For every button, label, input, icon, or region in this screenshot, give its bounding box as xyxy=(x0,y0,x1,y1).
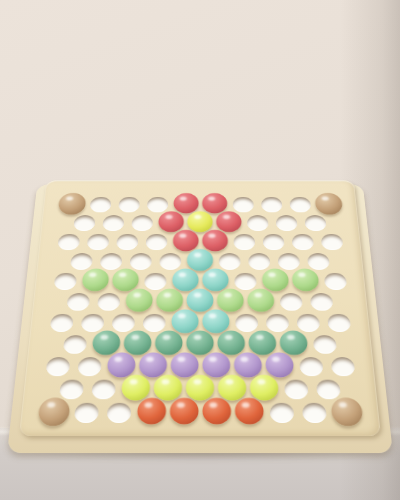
board-cell xyxy=(258,232,288,251)
board-row-6 xyxy=(47,292,353,313)
peg-hole xyxy=(53,273,76,290)
peg-hole xyxy=(232,197,253,212)
peg-hole xyxy=(102,215,124,231)
peg-hole xyxy=(97,293,120,311)
lime-bead[interactable] xyxy=(121,375,150,401)
peg-hole xyxy=(235,314,258,332)
teal-bead[interactable] xyxy=(172,269,199,291)
teal-bead[interactable] xyxy=(171,309,198,333)
board-cell xyxy=(114,196,143,214)
peg-hole xyxy=(73,215,95,231)
board-cell xyxy=(98,214,128,233)
orange-bead[interactable] xyxy=(202,398,231,424)
board-cell xyxy=(102,401,136,425)
orange-bead[interactable] xyxy=(169,398,198,424)
peg-hole xyxy=(316,380,341,400)
peg-hole xyxy=(145,234,167,250)
board-cell xyxy=(93,292,125,313)
board-cell xyxy=(309,334,342,356)
peg-hole xyxy=(261,197,282,212)
peg-hole xyxy=(289,197,311,212)
peg-hole xyxy=(280,293,303,311)
board-cell xyxy=(245,292,276,313)
peg-hole xyxy=(247,215,269,231)
wood-peg[interactable] xyxy=(314,193,343,215)
peg-hole xyxy=(67,293,90,311)
peg-hole xyxy=(278,253,301,270)
board-cell xyxy=(287,232,318,251)
peg-hole xyxy=(91,380,115,400)
peg-hole xyxy=(299,357,323,376)
board-cell xyxy=(69,214,99,233)
peg-hole xyxy=(89,197,111,212)
board-cell xyxy=(79,271,110,291)
green-bead[interactable] xyxy=(261,269,288,291)
wood-peg[interactable] xyxy=(330,398,363,426)
peg-hole xyxy=(291,234,313,250)
peg-hole xyxy=(86,234,108,250)
green-bead[interactable] xyxy=(111,269,138,291)
board-cell xyxy=(257,196,286,214)
wood-peg[interactable] xyxy=(57,193,86,215)
peg-hole xyxy=(234,273,256,290)
peg-hole xyxy=(284,380,308,400)
peg-hole xyxy=(304,215,326,231)
board-cell xyxy=(82,232,113,251)
peg-hole xyxy=(131,215,153,231)
board-cell xyxy=(322,312,355,333)
seagreen-bead[interactable] xyxy=(92,331,121,355)
board-cell xyxy=(127,214,157,233)
teal-bead[interactable] xyxy=(202,309,229,333)
lime-bead[interactable] xyxy=(153,375,182,401)
peg-hole xyxy=(296,314,320,332)
peg-hole xyxy=(63,335,87,354)
peg-hole xyxy=(233,234,255,250)
red-bead[interactable] xyxy=(202,230,228,251)
peg-hole xyxy=(106,403,131,423)
peg-hole xyxy=(310,293,333,311)
orange-bead[interactable] xyxy=(136,398,165,424)
peg-hole xyxy=(248,253,270,270)
orange-bead[interactable] xyxy=(234,398,263,424)
red-bead[interactable] xyxy=(173,193,198,213)
green-bead[interactable] xyxy=(156,289,183,312)
board-cell xyxy=(87,378,120,401)
board-cell xyxy=(141,232,171,251)
peg-hole xyxy=(57,234,80,250)
purple-bead[interactable] xyxy=(170,352,198,377)
board-cell xyxy=(265,401,299,425)
teal-bead[interactable] xyxy=(187,249,213,271)
board-cell xyxy=(329,401,364,425)
lime-bead[interactable] xyxy=(186,375,214,401)
seagreen-bead[interactable] xyxy=(217,331,245,355)
green-bead[interactable] xyxy=(125,289,153,312)
seagreen-bead[interactable] xyxy=(248,331,276,355)
board-cell xyxy=(297,401,331,425)
peg-hole xyxy=(269,403,294,423)
seagreen-bead[interactable] xyxy=(186,331,214,355)
yellow-bead[interactable] xyxy=(187,211,213,232)
board-cell xyxy=(276,292,308,313)
board-cell xyxy=(62,292,94,313)
peg-hole xyxy=(130,253,152,270)
wood-peg[interactable] xyxy=(37,398,70,426)
purple-bead[interactable] xyxy=(202,352,230,377)
teal-bead[interactable] xyxy=(202,269,229,291)
purple-bead[interactable] xyxy=(233,352,262,377)
board-cell xyxy=(313,196,343,214)
green-bead[interactable] xyxy=(81,269,109,291)
board-cell xyxy=(300,214,330,233)
pegboard-assembly xyxy=(19,180,381,436)
peg-hole xyxy=(45,357,70,376)
red-bead[interactable] xyxy=(158,211,184,232)
peg-hole xyxy=(111,314,134,332)
board-cell xyxy=(306,292,338,313)
peg-hole xyxy=(323,273,346,290)
board-cell xyxy=(123,292,154,313)
teal-bead[interactable] xyxy=(187,289,214,312)
board-row-10 xyxy=(38,378,361,401)
board-cell xyxy=(36,401,71,425)
board-cell xyxy=(85,196,115,214)
peg-hole xyxy=(276,215,298,231)
board-cell xyxy=(73,355,106,377)
peg-hole xyxy=(142,314,165,332)
peg-hole xyxy=(100,253,123,270)
board-cell xyxy=(326,355,360,377)
red-bead[interactable] xyxy=(202,193,227,213)
peg-hole xyxy=(320,234,343,250)
seagreen-bead[interactable] xyxy=(123,331,151,355)
green-bead[interactable] xyxy=(291,269,319,291)
board-cell xyxy=(200,401,233,425)
board-cell xyxy=(280,378,313,401)
peg-hole xyxy=(301,403,326,423)
punch-board xyxy=(19,180,381,436)
background-wall xyxy=(0,0,400,500)
board-cell xyxy=(41,355,75,377)
peg-hole xyxy=(265,314,288,332)
board-cell xyxy=(112,232,142,251)
board-cell xyxy=(319,271,351,291)
peg-hole xyxy=(262,234,284,250)
red-bead[interactable] xyxy=(172,230,198,251)
board-cell xyxy=(167,401,200,425)
purple-bead[interactable] xyxy=(265,352,294,377)
peg-hole xyxy=(59,380,84,400)
board-cell xyxy=(229,232,259,251)
board-cell xyxy=(232,401,265,425)
board-row-8 xyxy=(43,334,357,356)
board-cell xyxy=(57,196,87,214)
peg-hole xyxy=(118,197,139,212)
peg-hole xyxy=(313,335,337,354)
board-cell xyxy=(45,312,78,333)
peg-hole xyxy=(327,314,351,332)
red-bead[interactable] xyxy=(216,211,242,232)
board-cell xyxy=(294,355,327,377)
board-cell xyxy=(69,401,103,425)
peg-hole xyxy=(219,253,241,270)
board-grid xyxy=(36,196,364,425)
peg-hole xyxy=(147,197,168,212)
peg-hole xyxy=(307,253,330,270)
board-cell xyxy=(243,214,273,233)
peg-hole xyxy=(144,273,166,290)
peg-hole xyxy=(77,357,101,376)
purple-bead[interactable] xyxy=(138,352,167,377)
board-cell xyxy=(316,232,347,251)
peg-hole xyxy=(70,253,93,270)
peg-hole xyxy=(116,234,138,250)
lime-bead[interactable] xyxy=(250,375,279,401)
peg-hole xyxy=(330,357,355,376)
board-cell xyxy=(59,334,92,356)
board-cell xyxy=(53,232,84,251)
board-cell xyxy=(49,271,81,291)
purple-bead[interactable] xyxy=(106,352,135,377)
board-row-11 xyxy=(36,401,364,425)
seagreen-bead[interactable] xyxy=(155,331,183,355)
board-cell xyxy=(289,271,320,291)
board-row-2 xyxy=(55,214,346,233)
green-bead[interactable] xyxy=(217,289,244,312)
seagreen-bead[interactable] xyxy=(279,331,308,355)
green-bead[interactable] xyxy=(247,289,275,312)
board-cell xyxy=(285,196,315,214)
peg-hole xyxy=(73,403,98,423)
board-cell xyxy=(134,401,167,425)
lime-bead[interactable] xyxy=(218,375,247,401)
peg-hole xyxy=(159,253,181,270)
peg-hole xyxy=(49,314,73,332)
peg-hole xyxy=(80,314,104,332)
board-cell xyxy=(272,214,302,233)
